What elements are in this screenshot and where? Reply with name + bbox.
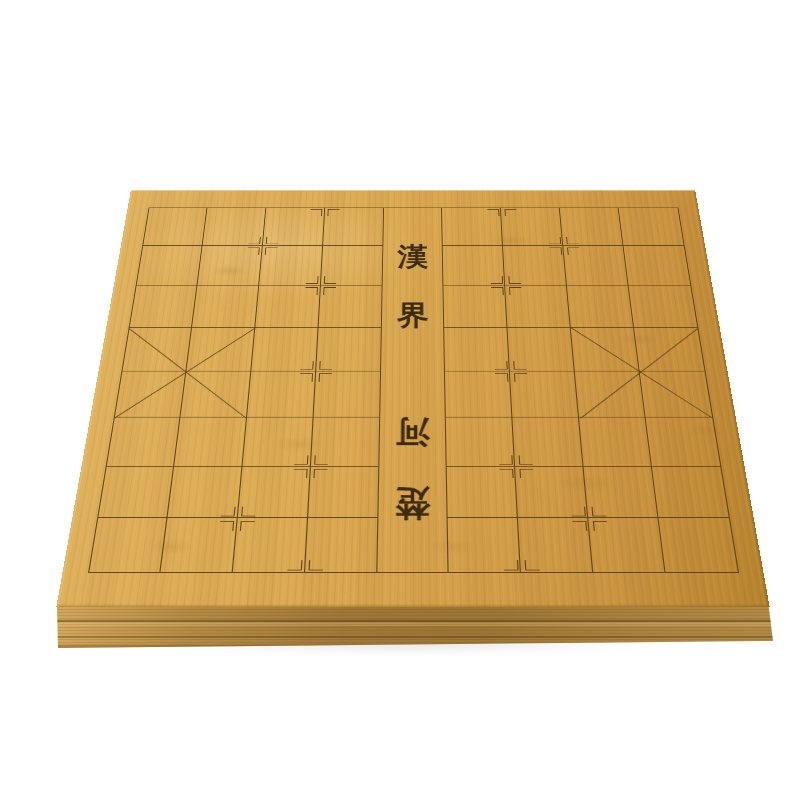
point-marker xyxy=(286,560,323,585)
point-marker xyxy=(571,506,608,530)
marker-corner xyxy=(572,521,587,531)
marker-corner xyxy=(287,560,302,570)
marker-corner xyxy=(319,361,332,369)
point-marker xyxy=(219,506,256,530)
river-character-han: 漢 xyxy=(397,244,428,270)
point-marker xyxy=(293,455,328,478)
marker-corner xyxy=(513,373,527,381)
marker-corner xyxy=(566,237,579,244)
marker-corner xyxy=(247,247,260,254)
marker-corner xyxy=(327,209,339,216)
marker-corner xyxy=(513,361,526,369)
marker-corner xyxy=(314,455,328,464)
marker-corner xyxy=(592,521,607,531)
marker-corner xyxy=(548,237,561,244)
marker-corner xyxy=(219,521,234,531)
point-marker xyxy=(247,237,278,255)
marker-corner xyxy=(318,373,331,381)
marker-corner xyxy=(499,469,513,478)
marker-corner xyxy=(498,455,512,464)
marker-corner xyxy=(299,373,313,381)
river-character-jie: 界 xyxy=(397,301,429,329)
point-marker xyxy=(548,237,579,255)
marker-corner xyxy=(549,247,562,254)
marker-corner xyxy=(509,287,522,295)
marker-corner xyxy=(323,287,336,295)
marker-corner xyxy=(494,373,507,381)
marker-corner xyxy=(310,209,322,216)
marker-corner xyxy=(508,276,521,283)
marker-corner xyxy=(293,469,307,478)
point-marker xyxy=(305,276,336,295)
marker-corner xyxy=(519,469,533,478)
point-marker xyxy=(310,199,340,216)
perspective-scene: 漢 界 河 楚 xyxy=(0,0,800,800)
marker-corner xyxy=(300,361,313,369)
marker-corner xyxy=(490,276,503,283)
river-character-he: 河 xyxy=(396,417,431,449)
marker-corner xyxy=(504,209,516,216)
marker-corner xyxy=(323,276,336,283)
point-marker xyxy=(498,455,533,478)
marker-corner xyxy=(494,361,507,369)
marker-corner xyxy=(248,237,261,244)
marker-corner xyxy=(265,237,278,244)
point-marker xyxy=(486,199,516,216)
marker-corner xyxy=(294,455,308,464)
marker-corner xyxy=(591,506,606,516)
marker-corner xyxy=(264,247,277,254)
product-photo: 漢 界 河 楚 xyxy=(0,0,800,800)
marker-corner xyxy=(308,560,323,570)
marker-corner xyxy=(239,521,254,531)
point-marker xyxy=(494,361,527,382)
point-marker xyxy=(299,361,332,382)
river-character-chu: 楚 xyxy=(395,487,431,521)
marker-corner xyxy=(305,287,318,295)
marker-corner xyxy=(518,455,532,464)
marker-corner xyxy=(313,469,327,478)
marker-corner xyxy=(503,560,518,570)
marker-corner xyxy=(490,287,503,295)
point-marker xyxy=(490,276,521,295)
marker-corner xyxy=(487,209,499,216)
point-marker xyxy=(503,560,540,585)
marker-corner xyxy=(241,506,256,516)
marker-corner xyxy=(567,247,580,254)
xiangqi-board: 漢 界 河 楚 xyxy=(56,190,769,607)
marker-corner xyxy=(305,276,318,283)
marker-corner xyxy=(220,506,235,516)
marker-corner xyxy=(571,506,586,516)
marker-corner xyxy=(524,560,539,570)
